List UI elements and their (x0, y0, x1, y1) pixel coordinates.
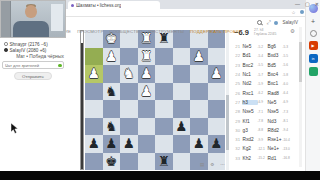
square-g4[interactable]: ♞ (103, 83, 121, 101)
square-e6[interactable] (138, 118, 156, 136)
chat-input[interactable] (2, 61, 64, 69)
movelist-scrollbar-thumb[interactable] (299, 42, 302, 82)
menu-item-4[interactable]: ИНСТРУМЕНТЫ (149, 29, 184, 34)
square-f7[interactable]: ♟ (120, 135, 138, 153)
move-black[interactable]: Nd3 (267, 119, 283, 124)
piece-black-pawn[interactable]: ♟ (103, 135, 121, 153)
piece-white-rook[interactable]: ♜ (138, 48, 156, 66)
move-number: 30 (232, 128, 242, 133)
move-black[interactable]: Bxc4 (267, 72, 283, 77)
move-black-eval: -5.8 (283, 73, 292, 77)
background-window (51, 4, 63, 31)
square-e3[interactable]: ♟ (138, 65, 156, 83)
square-h5[interactable] (85, 100, 103, 118)
square-b6[interactable] (190, 118, 208, 136)
move-white-eval: -9.9 (258, 138, 267, 142)
player-list: Shnaypr (2176 −6) SalayIV (2080 +6) (4, 41, 80, 53)
move-black-eval: -5.5 (283, 54, 292, 58)
move-white[interactable]: Kh2 (242, 156, 258, 161)
move-white-eval: -7.8 (258, 119, 267, 123)
square-a5[interactable] (208, 100, 226, 118)
move-black-eval: -8.1 (283, 119, 292, 123)
move-white-eval: -7.1 (258, 110, 267, 114)
move-number: 24 (232, 72, 242, 77)
square-f4[interactable] (120, 83, 138, 101)
square-g3[interactable] (103, 65, 121, 83)
move-row: 30g3-8.8R8d2-9.4 (232, 126, 296, 135)
square-d5[interactable] (155, 100, 173, 118)
move-white[interactable]: Nc1 (242, 72, 258, 77)
move-black-eval: -5.3 (283, 45, 292, 49)
move-row: 21Ne5-5.2Bg6-5.3 (232, 42, 296, 51)
move-black[interactable]: Ne5 (267, 100, 283, 105)
tab-favicon (71, 4, 74, 7)
green-app-icon[interactable] (309, 67, 318, 76)
square-g7[interactable]: ♟ (103, 135, 121, 153)
move-row: 24Nc1-5.7Bxc4-5.8 (232, 70, 296, 79)
move-white[interactable]: Kg2 (242, 146, 258, 151)
move-white-eval: -5.9 (258, 82, 267, 86)
square-h2[interactable] (85, 48, 103, 66)
move-white[interactable]: g3 (242, 128, 258, 133)
piece-black-rook[interactable]: ♜ (155, 153, 173, 171)
move-black[interactable]: R8d2 (267, 128, 283, 133)
piece-black-pawn[interactable]: ♟ (85, 135, 103, 153)
move-number: 33 (232, 156, 242, 161)
square-e7[interactable] (138, 135, 156, 153)
board-controls: ▤⚙⋯ (200, 162, 225, 167)
black-player-name: SalayIV (2080 +6) (10, 48, 47, 53)
more-board-icon[interactable]: ⋯ (220, 162, 225, 167)
move-black[interactable]: Rxe1+ (267, 137, 283, 142)
close-button[interactable]: ✕ (315, 1, 319, 7)
square-b7[interactable]: ♟ (190, 135, 208, 153)
move-black[interactable]: Bd5 (267, 63, 283, 68)
square-f8[interactable] (120, 153, 138, 171)
move-number: 21 (232, 44, 242, 49)
square-c6[interactable]: ♟ (173, 118, 191, 136)
square-b5[interactable] (190, 100, 208, 118)
move-white[interactable]: Nxe5 (242, 109, 258, 114)
move-number: 26 (232, 91, 242, 96)
fullscreen-icon[interactable]: ⤢ (266, 19, 270, 26)
settings-board-icon[interactable]: ⚙ (210, 162, 214, 167)
square-d7[interactable] (155, 135, 173, 153)
new-tab-icon[interactable]: + (309, 17, 318, 26)
square-a7[interactable]: ♟ (208, 135, 226, 153)
maximize-button[interactable]: ▢ (305, 1, 310, 7)
streamer-head (25, 5, 37, 18)
mouse-cursor (11, 123, 19, 134)
move-white[interactable]: Rxd2 (242, 137, 258, 142)
move-white[interactable]: Nd2 (242, 81, 258, 86)
white-player-name: Shnaypr (2176 −6) (10, 42, 48, 47)
move-black[interactable]: Nxe5 (267, 109, 283, 114)
move-row: 25Nd2-5.9Bxc1-6.0 (232, 79, 296, 88)
move-white-eval: -5.4 (258, 54, 267, 58)
move-black[interactable]: Bxc1 (267, 81, 283, 86)
black-color-icon (4, 48, 8, 52)
move-white-eval: -6.9 (258, 100, 267, 104)
square-b3[interactable] (190, 65, 208, 83)
streamer-body (13, 21, 49, 38)
move-black[interactable]: Bg6 (267, 44, 283, 49)
window-controls: — ▢ ✕ (295, 0, 319, 8)
eval-bar-black-fill (81, 43, 83, 169)
piece-black-knight[interactable]: ♞ (103, 118, 121, 136)
move-number: 23 (232, 63, 242, 68)
piece-white-pawn[interactable]: ♟ (85, 65, 103, 83)
piece-white-pawn[interactable]: ♟ (138, 65, 156, 83)
move-white[interactable]: Ne5 (242, 44, 258, 49)
game-result-status: Мат • Победа чёрных (0, 54, 80, 59)
square-a3[interactable]: ♟ (208, 65, 226, 83)
square-c3[interactable] (173, 65, 191, 83)
analysis-panel: −6.9 27. h3 Глубина 22/45 ⚙ 21Ne5-5.2Bg6… (231, 25, 298, 171)
favorites-icon[interactable]: ☆ (291, 10, 295, 15)
piece-black-pawn[interactable]: ♟ (190, 135, 208, 153)
piece-white-knight[interactable]: ♞ (120, 65, 138, 83)
square-b2[interactable]: ♟ (190, 48, 208, 66)
move-number: 28 (232, 109, 242, 114)
square-c5[interactable] (173, 100, 191, 118)
piece-black-pawn[interactable]: ♟ (173, 118, 191, 136)
move-black-eval: -6.0 (283, 82, 292, 86)
minimize-button[interactable]: — (295, 1, 300, 7)
eval-bar (80, 30, 84, 170)
move-black-eval: -10.4 (283, 138, 292, 142)
move-white[interactable]: h3 (242, 100, 258, 105)
square-d4[interactable] (155, 83, 173, 101)
edge-sidebar: +▶in (305, 0, 320, 171)
move-number: 31 (232, 137, 242, 142)
move-row: 22Bd1-5.4Bxd3-5.5 (232, 51, 296, 60)
move-white-eval: -8.8 (258, 128, 267, 132)
menu-board-icon[interactable]: ▤ (200, 162, 204, 167)
square-e2[interactable]: ♜ (138, 48, 156, 66)
menu-item-3[interactable]: СООБЩЕСТВО (109, 29, 142, 34)
menu-item-2[interactable]: ПРОСМОТР (77, 29, 103, 34)
move-row: 28Nxe5-7.1Nxe5-7.3 (232, 107, 296, 116)
square-f6[interactable] (120, 118, 138, 136)
piece-white-pawn[interactable]: ♟ (103, 48, 121, 66)
square-g5[interactable] (103, 100, 121, 118)
move-white[interactable]: Bd1 (242, 53, 258, 58)
move-list: 21Ne5-5.2Bg6-5.322Bd1-5.4Bxd3-5.523Bxc2-… (232, 42, 296, 163)
move-black-eval: -13.0 (283, 147, 292, 151)
move-black-eval: -6.4 (283, 91, 292, 95)
square-f2[interactable] (120, 48, 138, 66)
move-number: 25 (232, 81, 242, 86)
piece-white-pawn[interactable]: ♟ (138, 83, 156, 101)
square-d3[interactable] (155, 65, 173, 83)
move-row: 26Rxc1-6.2Rad8-6.4 (232, 88, 296, 97)
square-f3[interactable]: ♞ (120, 65, 138, 83)
square-c8[interactable] (173, 153, 191, 171)
engine-info-line2: Глубина 22/45 (254, 32, 276, 36)
piece-white-pawn[interactable]: ♟ (190, 48, 208, 66)
movelist-scrollbar[interactable] (299, 27, 302, 167)
square-d8[interactable]: ♜ (155, 153, 173, 171)
move-white-eval: -5.5 (258, 63, 267, 67)
square-a2[interactable] (208, 48, 226, 66)
move-white-eval: -12.1 (258, 147, 267, 151)
square-d6[interactable] (155, 118, 173, 136)
piece-black-pawn[interactable]: ♟ (120, 135, 138, 153)
move-row: 27h3-6.9Ne5-6.9 (232, 98, 296, 107)
square-h4[interactable] (85, 83, 103, 101)
square-g6[interactable]: ♞ (103, 118, 121, 136)
online-indicator (58, 64, 62, 68)
piece-black-knight[interactable]: ♞ (103, 83, 121, 101)
chat-send-button[interactable]: Отправить (14, 72, 52, 80)
move-black[interactable]: Ne1+ (267, 146, 283, 151)
move-black[interactable]: Rd1 (267, 156, 283, 161)
white-color-icon (4, 42, 8, 46)
board-scrollbar-thumb[interactable] (226, 95, 229, 150)
move-number: 22 (232, 53, 242, 58)
user-avatar[interactable] (274, 21, 278, 25)
move-black-eval: -6.9 (283, 100, 292, 104)
header-right: ⤢ SalayIV (257, 19, 298, 26)
background-door (1, 1, 11, 38)
donate-link[interactable]: ПОДДЕРЖАТЬ ПРОЕКТ (190, 29, 242, 34)
square-a6[interactable] (208, 118, 226, 136)
sidebar-search-icon[interactable] (310, 30, 317, 37)
move-white-eval: -5.7 (258, 73, 267, 77)
square-h7[interactable]: ♟ (85, 135, 103, 153)
square-e8[interactable] (138, 153, 156, 171)
tab-title: Шахматы • lichess.org (76, 3, 121, 8)
piece-black-pawn[interactable]: ♟ (208, 135, 226, 153)
move-number: 29 (232, 119, 242, 124)
square-c7[interactable] (173, 135, 191, 153)
move-row: 32Kg2-12.1Ne1+-13.0 (232, 144, 296, 153)
square-f5[interactable] (120, 100, 138, 118)
square-e5[interactable] (138, 100, 156, 118)
gear-icon[interactable]: ⚙ (290, 28, 295, 34)
move-black-eval: -9.4 (283, 128, 292, 132)
move-number: 32 (232, 146, 242, 151)
square-c4[interactable] (173, 83, 191, 101)
move-white-eval: -6.2 (258, 91, 267, 95)
chess-board: ♚♜♜♟♜♟♟♞♟♟♞♟♞♟♟♟♟♟♟♚♜ (85, 30, 225, 170)
move-row: 33Kh2-15.2Rd1-16.8 (232, 154, 296, 163)
square-e4[interactable]: ♟ (138, 83, 156, 101)
move-white[interactable]: Rxc1 (242, 91, 258, 96)
profile-avatar[interactable] (300, 10, 304, 14)
move-white-eval: -15.2 (258, 156, 267, 160)
window-bottom-bar (0, 171, 320, 180)
piece-black-king[interactable]: ♚ (103, 153, 121, 171)
webcam-video[interactable] (0, 0, 66, 38)
piece-white-pawn[interactable]: ♟ (208, 65, 226, 83)
square-g8[interactable]: ♚ (103, 153, 121, 171)
linkedin-icon[interactable]: in (309, 54, 318, 63)
search-icon[interactable] (257, 20, 263, 26)
site-menu: ОБУЧЕНИЕПРОСМОТРСООБЩЕСТВОИНСТРУМЕНТЫПОД… (46, 19, 248, 37)
m365-icon[interactable]: ▶ (309, 41, 318, 50)
square-h3[interactable]: ♟ (85, 65, 103, 83)
square-h8[interactable] (85, 153, 103, 171)
move-row: 23Bxc2-5.5Bd5-5.6 (232, 61, 296, 70)
engine-info: 27. h3 Глубина 22/45 (254, 28, 276, 36)
move-white[interactable]: Bxc2 (242, 63, 258, 68)
square-g2[interactable]: ♟ (103, 48, 121, 66)
square-d2[interactable] (155, 48, 173, 66)
move-black-eval: -7.3 (283, 110, 292, 114)
square-h6[interactable] (85, 118, 103, 136)
move-row: 29Kf1-7.8Nd3-8.1 (232, 116, 296, 125)
square-b4[interactable] (190, 83, 208, 101)
move-black-eval: -5.6 (283, 63, 292, 67)
move-black-eval: -16.8 (283, 156, 292, 160)
username[interactable]: SalayIV (282, 20, 298, 25)
move-white-eval: -5.2 (258, 45, 267, 49)
square-c2[interactable] (173, 48, 191, 66)
board-scrollbar[interactable] (226, 30, 229, 170)
move-number: 27 (232, 100, 242, 105)
move-row: 31Rxd2-9.9Rxe1+-10.4 (232, 135, 296, 144)
move-black[interactable]: Rad8 (267, 91, 283, 96)
move-white[interactable]: Kf1 (242, 119, 258, 124)
move-black[interactable]: Bxd3 (267, 53, 283, 58)
player-black-row[interactable]: SalayIV (2080 +6) (4, 47, 80, 53)
square-a4[interactable] (208, 83, 226, 101)
browser-tab[interactable]: Шахматы • lichess.org (68, 1, 160, 9)
